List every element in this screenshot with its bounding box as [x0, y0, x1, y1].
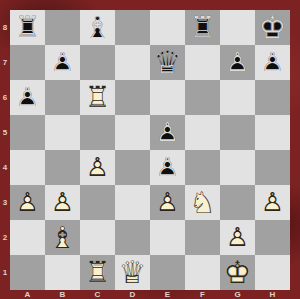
piece-glyph-line: ♙ — [45, 185, 80, 220]
square-d4[interactable] — [115, 150, 150, 185]
piece-white-knight[interactable]: ♞♘ — [185, 185, 220, 220]
rank-labels: 87654321 — [0, 10, 10, 290]
square-c3[interactable] — [80, 185, 115, 220]
square-d5[interactable] — [115, 115, 150, 150]
square-d2[interactable] — [115, 220, 150, 255]
piece-white-pawn[interactable]: ♟♙ — [255, 185, 290, 220]
piece-glyph-line: ♖ — [185, 10, 220, 45]
piece-glyph-fill: ♟ — [220, 220, 255, 255]
piece-glyph-fill: ♟ — [10, 80, 45, 115]
square-c5[interactable] — [80, 115, 115, 150]
square-b5[interactable] — [45, 115, 80, 150]
file-label-d: D — [115, 289, 150, 299]
piece-glyph-line: ♙ — [80, 150, 115, 185]
piece-black-pawn[interactable]: ♟♙ — [150, 115, 185, 150]
piece-white-pawn[interactable]: ♟♙ — [45, 185, 80, 220]
square-a6[interactable]: ♟♙ — [10, 80, 45, 115]
square-b1[interactable] — [45, 255, 80, 290]
rank-label-3: 3 — [0, 185, 10, 220]
piece-white-pawn[interactable]: ♟♙ — [10, 185, 45, 220]
rank-label-1: 1 — [0, 255, 10, 290]
file-label-a: A — [10, 289, 45, 299]
piece-glyph-line: ♕ — [115, 255, 150, 290]
piece-glyph-line: ♖ — [80, 80, 115, 115]
board-frame: 87654321 ABCDEFGH ♜♖♝♗♜♖♚♔♟♙♛♕♟♙♟♙♟♙♜♖♟♙… — [0, 0, 300, 299]
square-d7[interactable] — [115, 45, 150, 80]
rank-label-2: 2 — [0, 220, 10, 255]
piece-black-pawn[interactable]: ♟♙ — [150, 150, 185, 185]
piece-glyph-fill: ♟ — [45, 45, 80, 80]
square-f5[interactable] — [185, 115, 220, 150]
piece-glyph-fill: ♛ — [115, 255, 150, 290]
piece-black-bishop[interactable]: ♝♗ — [80, 10, 115, 45]
file-label-c: C — [80, 289, 115, 299]
square-f4[interactable] — [185, 150, 220, 185]
piece-black-rook[interactable]: ♜♖ — [185, 10, 220, 45]
piece-glyph-line: ♙ — [10, 185, 45, 220]
square-h2[interactable] — [255, 220, 290, 255]
file-label-e: E — [150, 289, 185, 299]
piece-glyph-fill: ♛ — [150, 45, 185, 80]
file-label-h: H — [255, 289, 290, 299]
square-b3[interactable]: ♟♙ — [45, 185, 80, 220]
piece-glyph-fill: ♟ — [220, 45, 255, 80]
piece-glyph-fill: ♝ — [45, 220, 80, 255]
rank-label-6: 6 — [0, 80, 10, 115]
square-e7[interactable]: ♛♕ — [150, 45, 185, 80]
piece-glyph-fill: ♟ — [255, 185, 290, 220]
square-a3[interactable]: ♟♙ — [10, 185, 45, 220]
piece-glyph-line: ♙ — [150, 185, 185, 220]
square-c6[interactable]: ♜♖ — [80, 80, 115, 115]
square-c2[interactable] — [80, 220, 115, 255]
piece-white-rook[interactable]: ♜♖ — [80, 80, 115, 115]
piece-white-queen[interactable]: ♛♕ — [115, 255, 150, 290]
square-f3[interactable]: ♞♘ — [185, 185, 220, 220]
piece-glyph-fill: ♜ — [80, 80, 115, 115]
square-h8[interactable]: ♚♔ — [255, 10, 290, 45]
square-h3[interactable]: ♟♙ — [255, 185, 290, 220]
square-b4[interactable] — [45, 150, 80, 185]
rank-label-8: 8 — [0, 10, 10, 45]
file-label-b: B — [45, 289, 80, 299]
square-g4[interactable] — [220, 150, 255, 185]
piece-glyph-fill: ♜ — [10, 10, 45, 45]
square-e3[interactable]: ♟♙ — [150, 185, 185, 220]
square-h7[interactable]: ♟♙ — [255, 45, 290, 80]
piece-glyph-line: ♙ — [150, 115, 185, 150]
square-d1[interactable]: ♛♕ — [115, 255, 150, 290]
chess-board: ♜♖♝♗♜♖♚♔♟♙♛♕♟♙♟♙♟♙♜♖♟♙♟♙♟♙♟♙♟♙♟♙♞♘♟♙♝♗♟♙… — [10, 10, 290, 290]
square-c7[interactable] — [80, 45, 115, 80]
square-g2[interactable]: ♟♙ — [220, 220, 255, 255]
piece-glyph-fill: ♟ — [255, 45, 290, 80]
square-f6[interactable] — [185, 80, 220, 115]
square-e5[interactable]: ♟♙ — [150, 115, 185, 150]
square-f7[interactable] — [185, 45, 220, 80]
piece-white-pawn[interactable]: ♟♙ — [220, 220, 255, 255]
piece-glyph-fill: ♟ — [150, 185, 185, 220]
square-a5[interactable] — [10, 115, 45, 150]
piece-white-bishop[interactable]: ♝♗ — [45, 220, 80, 255]
square-c1[interactable]: ♜♖ — [80, 255, 115, 290]
piece-glyph-fill: ♟ — [150, 115, 185, 150]
square-e8[interactable] — [150, 10, 185, 45]
square-b6[interactable] — [45, 80, 80, 115]
piece-glyph-line: ♙ — [220, 45, 255, 80]
square-a1[interactable] — [10, 255, 45, 290]
piece-glyph-line: ♔ — [220, 255, 255, 290]
file-label-g: G — [220, 289, 255, 299]
square-f1[interactable] — [185, 255, 220, 290]
square-b2[interactable]: ♝♗ — [45, 220, 80, 255]
piece-white-king[interactable]: ♚♔ — [220, 255, 255, 290]
square-f8[interactable]: ♜♖ — [185, 10, 220, 45]
rank-label-7: 7 — [0, 45, 10, 80]
square-g3[interactable] — [220, 185, 255, 220]
square-h1[interactable] — [255, 255, 290, 290]
piece-glyph-line: ♙ — [255, 45, 290, 80]
square-e1[interactable] — [150, 255, 185, 290]
square-h5[interactable] — [255, 115, 290, 150]
piece-glyph-fill: ♞ — [185, 185, 220, 220]
rank-label-5: 5 — [0, 115, 10, 150]
piece-glyph-line: ♗ — [45, 220, 80, 255]
square-d6[interactable] — [115, 80, 150, 115]
piece-glyph-line: ♘ — [185, 185, 220, 220]
piece-glyph-line: ♙ — [255, 185, 290, 220]
square-c4[interactable]: ♟♙ — [80, 150, 115, 185]
square-b8[interactable] — [45, 10, 80, 45]
square-e2[interactable] — [150, 220, 185, 255]
square-h4[interactable] — [255, 150, 290, 185]
file-labels: ABCDEFGH — [10, 289, 290, 299]
square-b7[interactable]: ♟♙ — [45, 45, 80, 80]
piece-glyph-fill: ♟ — [45, 185, 80, 220]
piece-glyph-line: ♙ — [150, 150, 185, 185]
square-a7[interactable] — [10, 45, 45, 80]
piece-glyph-line: ♗ — [80, 10, 115, 45]
piece-glyph-fill: ♟ — [150, 150, 185, 185]
piece-black-pawn[interactable]: ♟♙ — [255, 45, 290, 80]
piece-glyph-fill: ♜ — [185, 10, 220, 45]
piece-glyph-line: ♙ — [10, 80, 45, 115]
file-label-f: F — [185, 289, 220, 299]
piece-black-pawn[interactable]: ♟♙ — [10, 80, 45, 115]
piece-glyph-fill: ♚ — [220, 255, 255, 290]
piece-glyph-line: ♖ — [10, 10, 45, 45]
square-a2[interactable] — [10, 220, 45, 255]
square-g5[interactable] — [220, 115, 255, 150]
square-g7[interactable]: ♟♙ — [220, 45, 255, 80]
square-e6[interactable] — [150, 80, 185, 115]
square-g1[interactable]: ♚♔ — [220, 255, 255, 290]
piece-glyph-fill: ♜ — [80, 255, 115, 290]
square-c8[interactable]: ♝♗ — [80, 10, 115, 45]
piece-white-rook[interactable]: ♜♖ — [80, 255, 115, 290]
square-h6[interactable] — [255, 80, 290, 115]
piece-glyph-line: ♖ — [80, 255, 115, 290]
square-g6[interactable] — [220, 80, 255, 115]
square-a8[interactable]: ♜♖ — [10, 10, 45, 45]
piece-glyph-line: ♕ — [150, 45, 185, 80]
piece-black-rook[interactable]: ♜♖ — [10, 10, 45, 45]
square-d3[interactable] — [115, 185, 150, 220]
piece-white-pawn[interactable]: ♟♙ — [150, 185, 185, 220]
piece-black-queen[interactable]: ♛♕ — [150, 45, 185, 80]
rank-label-4: 4 — [0, 150, 10, 185]
piece-glyph-fill: ♟ — [80, 150, 115, 185]
piece-glyph-fill: ♝ — [80, 10, 115, 45]
piece-black-pawn[interactable]: ♟♙ — [45, 45, 80, 80]
piece-glyph-line: ♔ — [255, 10, 290, 45]
piece-glyph-fill: ♟ — [10, 185, 45, 220]
square-d8[interactable] — [115, 10, 150, 45]
piece-glyph-fill: ♚ — [255, 10, 290, 45]
piece-glyph-line: ♙ — [220, 220, 255, 255]
piece-black-pawn[interactable]: ♟♙ — [220, 45, 255, 80]
square-g8[interactable] — [220, 10, 255, 45]
square-f2[interactable] — [185, 220, 220, 255]
square-e4[interactable]: ♟♙ — [150, 150, 185, 185]
square-a4[interactable] — [10, 150, 45, 185]
piece-black-king[interactable]: ♚♔ — [255, 10, 290, 45]
piece-white-pawn[interactable]: ♟♙ — [80, 150, 115, 185]
piece-glyph-line: ♙ — [45, 45, 80, 80]
